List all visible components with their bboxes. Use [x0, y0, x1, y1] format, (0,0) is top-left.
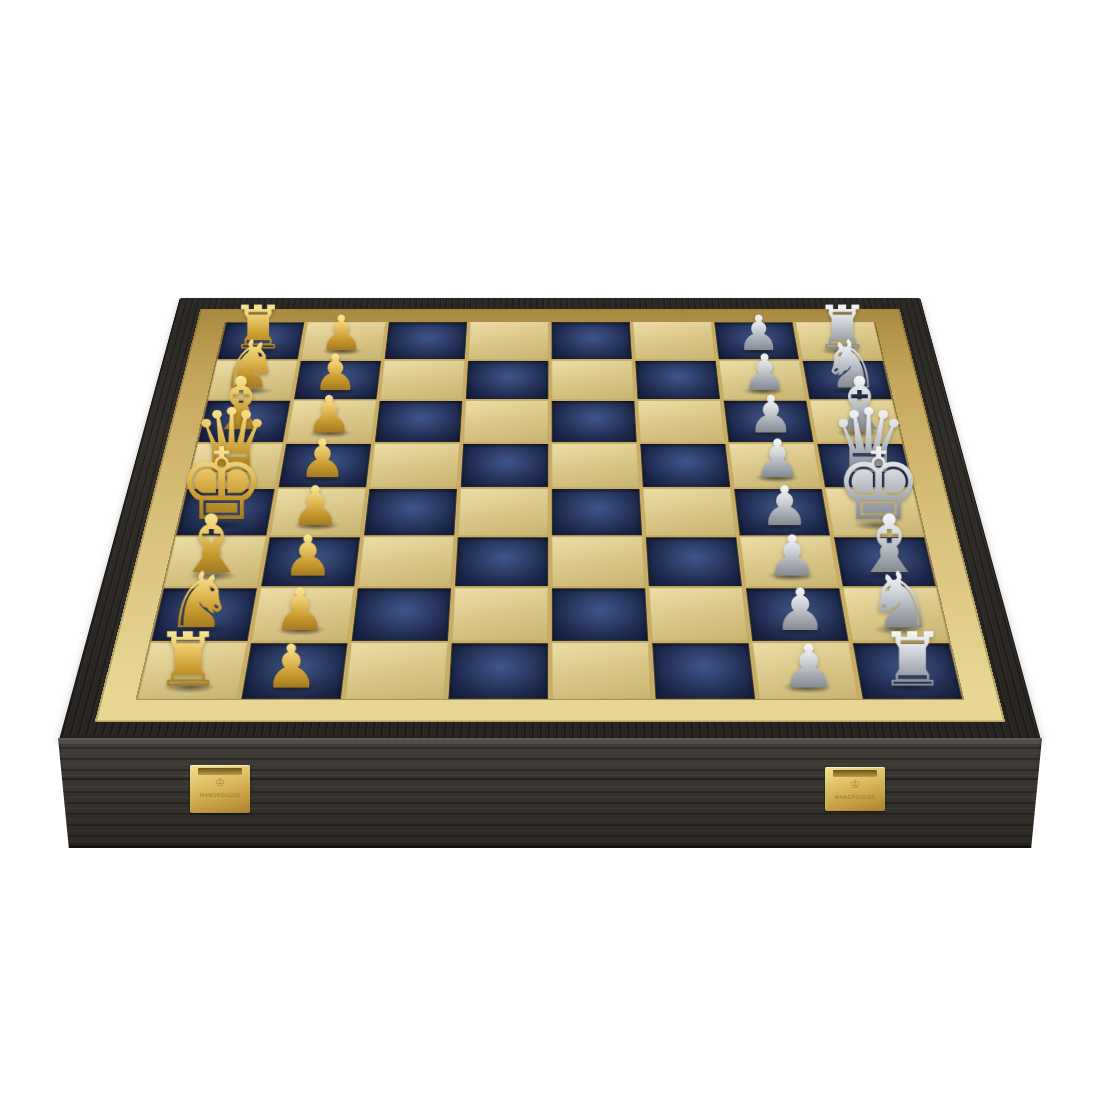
- board-square[interactable]: [458, 489, 548, 535]
- clasp-brand-label: MANOPOULOS: [825, 794, 885, 800]
- board-square[interactable]: [552, 401, 637, 442]
- storage-box-front: ♔ MANOPOULOS ♔ MANOPOULOS: [58, 738, 1042, 848]
- clasp-hinge: [198, 768, 241, 775]
- board-square[interactable]: [552, 643, 652, 699]
- gold-pawn-piece[interactable]: ♟: [264, 637, 318, 698]
- board-square[interactable]: [448, 643, 548, 699]
- clasp-right: ♔ MANOPOULOS: [825, 767, 885, 811]
- board-square[interactable]: [370, 444, 460, 488]
- board-square[interactable]: [463, 401, 548, 442]
- box-lid-edge: [58, 738, 1042, 744]
- board-square[interactable]: ♜: [853, 643, 963, 699]
- board-square[interactable]: [358, 537, 454, 586]
- board-square[interactable]: [635, 360, 720, 399]
- board-square[interactable]: [552, 537, 645, 586]
- crown-logo-icon: ♔: [190, 777, 250, 788]
- gold-rook-piece[interactable]: ♜: [155, 623, 222, 697]
- board-square[interactable]: [375, 401, 463, 442]
- product-photo-stage: ♜♟♟♜♞♟♟♞♝♟♟♝♛♟♟♛♚♟♟♚♝♟♟♝♞♟♟♞♜♟♟♜ ♔ MANOP…: [0, 0, 1100, 1100]
- board-square[interactable]: [352, 588, 452, 640]
- board-square[interactable]: [466, 360, 549, 399]
- board-square[interactable]: [552, 588, 648, 640]
- board-square[interactable]: [552, 322, 632, 359]
- clasp-hinge: [833, 770, 876, 777]
- clasp-brand-label: MANOPOULOS: [190, 792, 250, 798]
- board-square[interactable]: [552, 444, 640, 488]
- board-square[interactable]: [380, 360, 465, 399]
- board-square[interactable]: [643, 489, 736, 535]
- board-square[interactable]: [633, 322, 716, 359]
- board-square[interactable]: [638, 401, 726, 442]
- board-brass-frame: ♜♟♟♜♞♟♟♞♝♟♟♝♛♟♟♛♚♟♟♚♝♟♟♝♞♟♟♞♜♟♟♜: [95, 309, 1006, 722]
- board-square[interactable]: [552, 489, 642, 535]
- board-square[interactable]: [652, 643, 755, 699]
- board-square[interactable]: ♟: [752, 643, 858, 699]
- crown-logo-icon: ♔: [825, 779, 885, 790]
- board-square[interactable]: [455, 537, 548, 586]
- board-square[interactable]: ♜: [138, 643, 248, 699]
- board-square[interactable]: [640, 444, 730, 488]
- board-square[interactable]: [468, 322, 548, 359]
- clasp-left: ♔ MANOPOULOS: [190, 765, 250, 813]
- silver-rook-piece[interactable]: ♜: [879, 623, 946, 697]
- board-square[interactable]: [364, 489, 457, 535]
- board-square[interactable]: [461, 444, 549, 488]
- board-wooden-rim: ♜♟♟♜♞♟♟♞♝♟♟♝♛♟♟♛♚♟♟♚♝♟♟♝♞♟♟♞♜♟♟♜: [60, 298, 1040, 740]
- board-square[interactable]: [452, 588, 548, 640]
- board-square[interactable]: [649, 588, 749, 640]
- silver-pawn-piece[interactable]: ♟: [782, 637, 836, 698]
- chess-board: ♜♟♟♜♞♟♟♞♝♟♟♝♛♟♟♛♚♟♟♚♝♟♟♝♞♟♟♞♜♟♟♜: [60, 298, 1040, 740]
- board-square[interactable]: [552, 360, 635, 399]
- board-square[interactable]: [646, 537, 742, 586]
- board-square[interactable]: [385, 322, 468, 359]
- board-square[interactable]: [345, 643, 448, 699]
- board-square[interactable]: ♟: [241, 643, 347, 699]
- chess-board-grid: ♜♟♟♜♞♟♟♞♝♟♟♝♛♟♟♛♚♟♟♚♝♟♟♝♞♟♟♞♜♟♟♜: [138, 322, 963, 699]
